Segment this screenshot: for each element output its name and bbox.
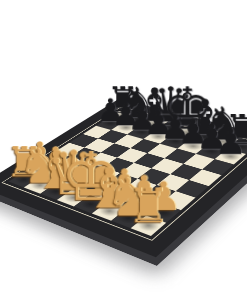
square-d6 — [130, 139, 160, 153]
piece-shadow — [163, 136, 188, 147]
piece-shadow — [158, 123, 182, 133]
board-squares: ♜♞♝♛♚♝♞♜♟♟♟♟♟♟♟♟♟♟♟♟♟♟♟♟♜♞♝♛♚♝♞♜ — [9, 109, 247, 236]
black-pawn: ♟ — [214, 125, 246, 160]
square-d7: ♟ — [143, 130, 172, 144]
square-e6 — [147, 144, 177, 159]
square-f7: ♟ — [178, 139, 208, 153]
black-pawn: ♟ — [178, 115, 209, 149]
black-pawn: ♟ — [143, 107, 173, 140]
piece-shadow — [146, 131, 170, 142]
square-a7: ♟ — [96, 117, 124, 129]
square-b7: ♟ — [112, 121, 140, 134]
square-d8: ♛ — [156, 121, 185, 134]
black-pawn: ♟ — [127, 103, 156, 135]
piece-shadow — [175, 127, 199, 138]
white-rook: ♜ — [127, 183, 170, 230]
black-knight: ♞ — [119, 81, 157, 123]
piece-shadow — [111, 111, 134, 120]
square-b8: ♞ — [124, 113, 152, 125]
piece-shadow — [114, 123, 138, 133]
black-pawn: ♟ — [160, 111, 190, 145]
square-h1: ♜ — [130, 215, 166, 236]
square-e8: ♚ — [173, 126, 202, 139]
piece-shadow — [99, 119, 122, 129]
piece-shadow — [180, 141, 205, 152]
perspective-wrapper: ♜♞♝♛♚♝♞♜♟♟♟♟♟♟♟♟♟♟♟♟♟♟♟♟♜♞♝♛♚♝♞♜ — [0, 0, 247, 296]
black-king: ♚ — [161, 80, 213, 138]
black-queen: ♛ — [147, 80, 194, 133]
black-pawn: ♟ — [111, 99, 140, 131]
black-bishop: ♝ — [134, 83, 175, 128]
square-e7: ♟ — [160, 134, 190, 148]
board-inlay-line: ♜♞♝♛♚♝♞♜♟♟♟♟♟♟♟♟♟♟♟♟♟♟♟♟♜♞♝♛♚♝♞♜ — [1, 107, 247, 241]
square-f6 — [165, 148, 196, 163]
black-rook: ♜ — [107, 83, 139, 119]
square-c8: ♝ — [140, 117, 168, 130]
piece-shadow — [142, 119, 166, 129]
chess-scene: ♜♞♝♛♚♝♞♜♟♟♟♟♟♟♟♟♟♟♟♟♟♟♟♟♜♞♝♛♚♝♞♜ — [0, 0, 247, 296]
piece-shadow — [127, 115, 150, 125]
piece-shadow — [130, 127, 154, 137]
square-h5 — [189, 169, 222, 186]
square-a8: ♜ — [109, 109, 136, 121]
black-pawn: ♟ — [96, 95, 124, 126]
product-photo: ♜♞♝♛♚♝♞♜♟♟♟♟♟♟♟♟♟♟♟♟♟♟♟♟♜♞♝♛♚♝♞♜ — [0, 0, 247, 296]
square-c7: ♟ — [127, 126, 156, 139]
chess-board: ♜♞♝♛♚♝♞♜♟♟♟♟♟♟♟♟♟♟♟♟♟♟♟♟♜♞♝♛♚♝♞♜ — [0, 99, 247, 257]
piece-shadow — [192, 132, 217, 143]
